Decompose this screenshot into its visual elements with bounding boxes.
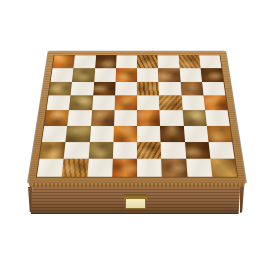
board-square [137,68,159,81]
board-grid [37,55,237,176]
board-square [116,55,137,68]
board-square [92,96,115,111]
board-square [69,96,93,111]
board-square [137,126,161,142]
board-square [89,126,113,142]
board-square [185,142,211,159]
board-square [87,159,113,177]
board-square [183,126,208,142]
board-square [159,82,182,96]
board-square [186,159,212,177]
board-square [114,96,137,111]
board-square [46,96,70,111]
board-square [72,68,95,81]
board-square [62,159,88,177]
board-square [66,126,91,142]
board-square [207,126,233,142]
board-square [161,142,186,159]
board-square [158,55,180,68]
board-square [64,142,90,159]
brass-latch [124,194,147,209]
board-square [178,55,200,68]
board-square [161,159,187,177]
board-square [94,68,116,81]
board-square [67,110,91,125]
board-square [113,126,137,142]
chessboard-lid [28,51,246,183]
board-square [210,159,237,177]
board-square [53,55,75,68]
board-square [112,159,137,177]
board-square [137,159,162,177]
board-square [205,110,230,125]
box-right-side [240,187,244,213]
board-square [37,159,64,177]
board-square [180,82,203,96]
board-square [51,68,74,81]
board-square [199,55,221,68]
board-square [115,82,137,96]
board-square [182,110,206,125]
board-square [200,68,223,81]
board-square [42,126,68,142]
board-square [158,68,180,81]
latch-body [125,198,146,209]
board-square [44,110,69,125]
board-square [137,55,158,68]
board-square [74,55,96,68]
board-square [137,142,161,159]
board-square [114,110,137,125]
board-square [202,82,226,96]
board-square [137,96,160,111]
board-square [137,110,160,125]
board-square [91,110,115,125]
board-square [159,96,182,111]
board-square [137,82,159,96]
board-square [39,142,65,159]
board-square [113,142,137,159]
board-square [203,96,227,111]
board-square [160,126,184,142]
board-square [88,142,113,159]
board-square [95,55,117,68]
board-square [208,142,234,159]
product-photo-chess-box [0,0,272,272]
board-square [160,110,184,125]
board-square [179,68,202,81]
board-square [115,68,137,81]
board-square [181,96,205,111]
board-square [93,82,116,96]
board-square [71,82,94,96]
board-square [49,82,73,96]
